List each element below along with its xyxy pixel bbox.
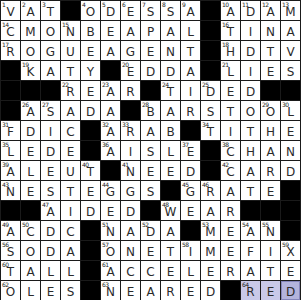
cell-letter: C bbox=[1, 26, 20, 39]
letter-cell-r14c6[interactable]: 61A bbox=[101, 261, 121, 281]
cell-letter: E bbox=[221, 246, 240, 259]
letter-cell-r8c1[interactable]: 35L bbox=[1, 141, 21, 161]
cell-letter: N bbox=[101, 286, 120, 299]
letter-cell-r11c4[interactable]: I bbox=[61, 201, 81, 221]
letter-cell-r10c8[interactable]: S bbox=[141, 181, 161, 201]
cell-letter: E bbox=[181, 206, 200, 219]
letter-cell-r12c13[interactable]: 54A bbox=[241, 221, 261, 241]
letter-cell-r5c11[interactable]: 25D bbox=[201, 81, 221, 101]
letter-cell-r1c5[interactable]: 4O bbox=[81, 1, 101, 21]
letter-cell-r13c13[interactable]: F bbox=[241, 241, 261, 261]
letter-cell-r9c2[interactable]: L bbox=[21, 161, 41, 181]
cell-letter: V bbox=[281, 46, 300, 59]
letter-cell-r7c12[interactable]: I bbox=[221, 121, 241, 141]
cell-letter: T bbox=[201, 126, 220, 139]
letter-cell-r10c4[interactable]: T bbox=[61, 181, 81, 201]
letter-cell-r13c12[interactable]: E bbox=[221, 241, 241, 261]
letter-cell-r4c13[interactable]: I bbox=[241, 61, 261, 81]
cell-letter: T bbox=[261, 266, 280, 279]
letter-cell-r2c4[interactable]: 15N bbox=[61, 21, 81, 41]
cell-letter: E bbox=[141, 246, 160, 259]
letter-cell-r2c3[interactable]: O bbox=[41, 21, 61, 41]
letter-cell-r2c7[interactable]: A bbox=[121, 21, 141, 41]
cell-letter: U bbox=[61, 46, 80, 59]
letter-cell-r8c13[interactable]: H bbox=[241, 141, 261, 161]
cell-letter: I bbox=[181, 246, 200, 259]
letter-cell-r5c10[interactable]: I bbox=[181, 81, 201, 101]
block-cell-r12c10 bbox=[181, 221, 201, 241]
letter-cell-r5c5[interactable]: E bbox=[81, 81, 101, 101]
letter-cell-r1c9[interactable]: 8S bbox=[161, 1, 181, 21]
letter-cell-r7c8[interactable]: A bbox=[141, 121, 161, 141]
letter-cell-r3c12[interactable]: 18H bbox=[221, 41, 241, 61]
letter-cell-r6c12[interactable]: T bbox=[221, 101, 241, 121]
letter-cell-r4c2[interactable]: 19K bbox=[21, 61, 41, 81]
cell-letter: E bbox=[101, 26, 120, 39]
letter-cell-r12c3[interactable]: D bbox=[41, 221, 61, 241]
letter-cell-r7c11[interactable]: 34T bbox=[201, 121, 221, 141]
cell-letter: R bbox=[181, 106, 200, 119]
letter-cell-r1c3[interactable]: 3T bbox=[41, 1, 61, 21]
cell-letter: B bbox=[141, 106, 160, 119]
letter-cell-r13c6[interactable]: 57O bbox=[101, 241, 121, 261]
block-cell-r10c15 bbox=[281, 181, 301, 201]
cell-letter: E bbox=[181, 146, 200, 159]
letter-cell-r9c3[interactable]: E bbox=[41, 161, 61, 181]
letter-cell-r12c6[interactable]: 51N bbox=[101, 221, 121, 241]
letter-cell-r10c11[interactable]: 46R bbox=[201, 181, 221, 201]
letter-cell-r2c8[interactable]: P bbox=[141, 21, 161, 41]
letter-cell-r7c1[interactable]: 31F bbox=[1, 121, 21, 141]
letter-cell-r3c3[interactable]: G bbox=[41, 41, 61, 61]
letter-cell-r1c6[interactable]: 5D bbox=[101, 1, 121, 21]
cell-letter: T bbox=[181, 46, 200, 59]
letter-cell-r12c9[interactable]: A bbox=[161, 221, 181, 241]
letter-cell-r1c15[interactable]: 13M bbox=[281, 1, 301, 21]
letter-cell-r7c13[interactable]: T bbox=[241, 121, 261, 141]
letter-cell-r9c12[interactable]: 42C bbox=[221, 161, 241, 181]
cell-letter: S bbox=[141, 6, 160, 19]
cell-letter: A bbox=[201, 206, 220, 219]
cell-letter: H bbox=[241, 146, 260, 159]
block-cell-r11c2 bbox=[21, 201, 41, 221]
cell-letter: A bbox=[181, 6, 200, 19]
cell-letter: L bbox=[41, 266, 60, 279]
letter-cell-r3c5[interactable]: E bbox=[81, 41, 101, 61]
letter-cell-r12c14[interactable]: 55N bbox=[261, 221, 281, 241]
letter-cell-r8c3[interactable]: D bbox=[41, 141, 61, 161]
letter-cell-r9c10[interactable]: D bbox=[181, 161, 201, 181]
letter-cell-r14c1[interactable]: 60T bbox=[1, 261, 21, 281]
letter-cell-r1c12[interactable]: 10A bbox=[221, 1, 241, 21]
letter-cell-r9c14[interactable]: R bbox=[261, 161, 281, 181]
letter-cell-r14c9[interactable]: E bbox=[161, 261, 181, 281]
letter-cell-r3c7[interactable]: G bbox=[121, 41, 141, 61]
cell-letter: A bbox=[101, 46, 120, 59]
letter-cell-r11c11[interactable]: A bbox=[201, 201, 221, 221]
letter-cell-r3c2[interactable]: O bbox=[21, 41, 41, 61]
letter-cell-r2c10[interactable]: L bbox=[181, 21, 201, 41]
cell-letter: I bbox=[241, 66, 260, 79]
cell-letter: T bbox=[221, 106, 240, 119]
letter-cell-r2c6[interactable]: E bbox=[101, 21, 121, 41]
letter-cell-r10c6[interactable]: 44G bbox=[101, 181, 121, 201]
cell-letter: E bbox=[161, 266, 180, 279]
cell-letter: A bbox=[241, 226, 260, 239]
cell-letter: D bbox=[241, 86, 260, 99]
block-cell-r5c3 bbox=[41, 81, 61, 101]
block-cell-r5c8 bbox=[141, 81, 161, 101]
letter-cell-r4c5[interactable]: Y bbox=[81, 61, 101, 81]
cell-letter: G bbox=[121, 186, 140, 199]
cell-letter: F bbox=[241, 246, 260, 259]
letter-cell-r7c2[interactable]: D bbox=[21, 121, 41, 141]
letter-cell-r14c8[interactable]: C bbox=[141, 261, 161, 281]
letter-cell-r2c13[interactable]: I bbox=[241, 21, 261, 41]
letter-cell-r2c12[interactable]: 16T bbox=[221, 21, 241, 41]
cell-letter: L bbox=[181, 26, 200, 39]
cell-letter: E bbox=[261, 186, 280, 199]
letter-cell-r15c4[interactable]: S bbox=[61, 281, 81, 300]
cell-letter: O bbox=[1, 286, 20, 299]
letter-cell-r14c4[interactable]: L bbox=[61, 261, 81, 281]
letter-cell-r10c14[interactable]: E bbox=[261, 181, 281, 201]
letter-cell-r11c12[interactable]: R bbox=[221, 201, 241, 221]
cell-letter: E bbox=[221, 226, 240, 239]
letter-cell-r15c1[interactable]: 62O bbox=[1, 281, 21, 300]
cell-letter: T bbox=[1, 266, 20, 279]
letter-cell-r8c7[interactable]: I bbox=[121, 141, 141, 161]
letter-cell-r12c12[interactable]: E bbox=[221, 221, 241, 241]
cell-letter: L bbox=[21, 166, 40, 179]
letter-cell-r3c1[interactable]: 17R bbox=[1, 41, 21, 61]
cell-letter: A bbox=[41, 66, 60, 79]
cell-letter: M bbox=[201, 226, 220, 239]
cell-letter: D bbox=[41, 226, 60, 239]
letter-cell-r9c5[interactable]: 40T bbox=[81, 161, 101, 181]
letter-cell-r13c9[interactable]: T bbox=[161, 241, 181, 261]
cell-letter: T bbox=[241, 186, 260, 199]
letter-cell-r1c2[interactable]: 2A bbox=[21, 1, 41, 21]
cell-letter: D bbox=[41, 246, 60, 259]
letter-cell-r10c3[interactable]: S bbox=[41, 181, 61, 201]
letter-cell-r11c6[interactable]: E bbox=[101, 201, 121, 221]
cell-letter: I bbox=[261, 246, 280, 259]
letter-cell-r10c10[interactable]: 45G bbox=[181, 181, 201, 201]
letter-cell-r4c4[interactable]: T bbox=[61, 61, 81, 81]
letter-cell-r15c6[interactable]: 63N bbox=[101, 281, 121, 300]
letter-cell-r3c10[interactable]: T bbox=[181, 41, 201, 61]
cell-letter: E bbox=[181, 286, 200, 299]
cell-letter: D bbox=[81, 106, 100, 119]
cell-letter: I bbox=[221, 126, 240, 139]
letter-cell-r6c13[interactable]: O bbox=[241, 101, 261, 121]
letter-cell-r4c3[interactable]: A bbox=[41, 61, 61, 81]
cell-letter: D bbox=[41, 146, 60, 159]
block-cell-r12c15 bbox=[281, 221, 301, 241]
letter-cell-r3c13[interactable]: D bbox=[241, 41, 261, 61]
letter-cell-r8c6[interactable]: 36A bbox=[101, 141, 121, 161]
cell-letter: E bbox=[141, 166, 160, 179]
letter-cell-r13c10[interactable]: 58I bbox=[181, 241, 201, 261]
letter-cell-r2c1[interactable]: 14C bbox=[1, 21, 21, 41]
letter-cell-r13c15[interactable]: 59X bbox=[281, 241, 301, 261]
block-cell-r8c11 bbox=[201, 141, 221, 161]
letter-cell-r13c7[interactable]: N bbox=[121, 241, 141, 261]
cell-letter: E bbox=[121, 6, 140, 19]
letter-cell-r2c5[interactable]: B bbox=[81, 21, 101, 41]
cell-letter: G bbox=[181, 186, 200, 199]
block-cell-r5c15 bbox=[281, 81, 301, 101]
letter-cell-r9c13[interactable]: A bbox=[241, 161, 261, 181]
letter-cell-r1c1[interactable]: 1V bbox=[1, 1, 21, 21]
cell-letter: G bbox=[121, 46, 140, 59]
letter-cell-r2c2[interactable]: M bbox=[21, 21, 41, 41]
letter-cell-r3c14[interactable]: T bbox=[261, 41, 281, 61]
letter-cell-r8c9[interactable]: L bbox=[161, 141, 181, 161]
letter-cell-r14c12[interactable]: R bbox=[221, 261, 241, 281]
letter-cell-r9c15[interactable]: D bbox=[281, 161, 301, 181]
cell-letter: A bbox=[61, 246, 80, 259]
letter-cell-r6c4[interactable]: A bbox=[61, 101, 81, 121]
letter-cell-r15c13[interactable]: 64R bbox=[241, 281, 261, 300]
letter-cell-r10c12[interactable]: A bbox=[221, 181, 241, 201]
cell-letter: A bbox=[21, 106, 40, 119]
letter-cell-r8c8[interactable]: S bbox=[141, 141, 161, 161]
cell-letter: D bbox=[201, 86, 220, 99]
letter-cell-r6c11[interactable]: S bbox=[201, 101, 221, 121]
block-cell-r1c4 bbox=[61, 1, 81, 21]
cell-letter: E bbox=[21, 186, 40, 199]
letter-cell-r1c14[interactable]: 12A bbox=[261, 1, 281, 21]
block-cell-r11c1 bbox=[1, 201, 21, 221]
letter-cell-r5c9[interactable]: 24T bbox=[161, 81, 181, 101]
letter-cell-r15c10[interactable]: E bbox=[181, 281, 201, 300]
letter-cell-r8c10[interactable]: 37E bbox=[181, 141, 201, 161]
letter-cell-r1c10[interactable]: 9A bbox=[181, 1, 201, 21]
letter-cell-r6c5[interactable]: D bbox=[81, 101, 101, 121]
cell-letter: A bbox=[101, 86, 120, 99]
letter-cell-r11c10[interactable]: E bbox=[181, 201, 201, 221]
letter-cell-r5c12[interactable]: E bbox=[221, 81, 241, 101]
letter-cell-r9c4[interactable]: U bbox=[61, 161, 81, 181]
letter-cell-r10c7[interactable]: G bbox=[121, 181, 141, 201]
cell-letter: A bbox=[221, 186, 240, 199]
letter-cell-r2c9[interactable]: A bbox=[161, 21, 181, 41]
letter-cell-r12c4[interactable]: C bbox=[61, 221, 81, 241]
letter-cell-r7c7[interactable]: 33R bbox=[121, 121, 141, 141]
letter-cell-r12c8[interactable]: 52D bbox=[141, 221, 161, 241]
letter-cell-r7c9[interactable]: B bbox=[161, 121, 181, 141]
letter-cell-r15c8[interactable]: A bbox=[141, 281, 161, 300]
letter-cell-r4c14[interactable]: E bbox=[261, 61, 281, 81]
letter-cell-r10c2[interactable]: E bbox=[21, 181, 41, 201]
cell-letter: A bbox=[101, 106, 120, 119]
letter-cell-r15c2[interactable]: L bbox=[21, 281, 41, 300]
cell-letter: A bbox=[1, 226, 20, 239]
letter-cell-r8c2[interactable]: E bbox=[21, 141, 41, 161]
cell-letter: N bbox=[161, 46, 180, 59]
letter-cell-r13c3[interactable]: D bbox=[41, 241, 61, 261]
cell-letter: A bbox=[161, 106, 180, 119]
letter-cell-r1c13[interactable]: 11D bbox=[241, 1, 261, 21]
cell-letter: C bbox=[61, 226, 80, 239]
cell-letter: S bbox=[281, 66, 300, 79]
letter-cell-r4c7[interactable]: 20E bbox=[121, 61, 141, 81]
block-cell-r4c11 bbox=[201, 61, 221, 81]
letter-cell-r6c9[interactable]: A bbox=[161, 101, 181, 121]
block-cell-r2c11 bbox=[201, 21, 221, 41]
letter-cell-r11c7[interactable]: D bbox=[121, 201, 141, 221]
cell-letter: L bbox=[181, 266, 200, 279]
letter-cell-r14c7[interactable]: C bbox=[121, 261, 141, 281]
letter-cell-r3c4[interactable]: U bbox=[61, 41, 81, 61]
cell-letter: B bbox=[81, 26, 100, 39]
letter-cell-r9c9[interactable]: E bbox=[161, 161, 181, 181]
cell-letter: C bbox=[221, 166, 240, 179]
letter-cell-r15c7[interactable]: E bbox=[121, 281, 141, 300]
letter-cell-r9c8[interactable]: E bbox=[141, 161, 161, 181]
letter-cell-r3c15[interactable]: V bbox=[281, 41, 301, 61]
letter-cell-r14c10[interactable]: L bbox=[181, 261, 201, 281]
letter-cell-r5c13[interactable]: D bbox=[241, 81, 261, 101]
letter-cell-r7c3[interactable]: I bbox=[41, 121, 61, 141]
crossword-puzzle: 1V2A3T4O5D6E7S8S9A10A11D12A13M14CMO15NBE… bbox=[0, 0, 302, 300]
cell-letter: E bbox=[81, 86, 100, 99]
cell-letter: O bbox=[101, 246, 120, 259]
letter-cell-r8c14[interactable]: A bbox=[261, 141, 281, 161]
letter-cell-r9c7[interactable]: 41N bbox=[121, 161, 141, 181]
letter-cell-r10c13[interactable]: T bbox=[241, 181, 261, 201]
block-cell-r12c5 bbox=[81, 221, 101, 241]
letter-cell-r14c15[interactable]: E bbox=[281, 261, 301, 281]
letter-cell-r13c4[interactable]: A bbox=[61, 241, 81, 261]
letter-cell-r13c2[interactable]: O bbox=[21, 241, 41, 261]
cell-letter: D bbox=[21, 126, 40, 139]
cell-letter: A bbox=[61, 106, 80, 119]
cell-letter: E bbox=[221, 86, 240, 99]
letter-cell-r7c4[interactable]: C bbox=[61, 121, 81, 141]
letter-cell-r15c14[interactable]: E bbox=[261, 281, 281, 300]
cell-letter: E bbox=[61, 146, 80, 159]
cell-letter: O bbox=[81, 6, 100, 19]
letter-cell-r4c9[interactable]: D bbox=[161, 61, 181, 81]
letter-cell-r8c15[interactable]: N bbox=[281, 141, 301, 161]
letter-cell-r13c14[interactable]: I bbox=[261, 241, 281, 261]
letter-cell-r2c14[interactable]: N bbox=[261, 21, 281, 41]
letter-cell-r11c9[interactable]: 48W bbox=[161, 201, 181, 221]
cell-letter: T bbox=[221, 26, 240, 39]
letter-cell-r3c6[interactable]: A bbox=[101, 41, 121, 61]
letter-cell-r15c9[interactable]: R bbox=[161, 281, 181, 300]
cell-letter: N bbox=[261, 26, 280, 39]
letter-cell-r7c14[interactable]: H bbox=[261, 121, 281, 141]
letter-cell-r12c7[interactable]: A bbox=[121, 221, 141, 241]
cell-letter: B bbox=[161, 126, 180, 139]
cell-letter: R bbox=[261, 166, 280, 179]
cell-letter: L bbox=[161, 146, 180, 159]
letter-cell-r4c12[interactable]: 21L bbox=[221, 61, 241, 81]
cell-letter: A bbox=[181, 66, 200, 79]
letter-cell-r14c14[interactable]: T bbox=[261, 261, 281, 281]
letter-cell-r5c4[interactable]: 22R bbox=[61, 81, 81, 101]
cell-letter: E bbox=[81, 186, 100, 199]
cell-letter: L bbox=[61, 266, 80, 279]
letter-cell-r6c8[interactable]: 28B bbox=[141, 101, 161, 121]
letter-cell-r1c7[interactable]: 6E bbox=[121, 1, 141, 21]
letter-cell-r14c2[interactable]: A bbox=[21, 261, 41, 281]
cell-letter: F bbox=[1, 126, 20, 139]
letter-cell-r12c1[interactable]: 49A bbox=[1, 221, 21, 241]
letter-cell-r6c15[interactable]: 30L bbox=[281, 101, 301, 121]
letter-cell-r4c10[interactable]: A bbox=[181, 61, 201, 81]
block-cell-r1c11 bbox=[201, 1, 221, 21]
cell-letter: L bbox=[281, 106, 300, 119]
letter-cell-r13c8[interactable]: E bbox=[141, 241, 161, 261]
letter-cell-r4c8[interactable]: D bbox=[141, 61, 161, 81]
letter-cell-r5c7[interactable]: R bbox=[121, 81, 141, 101]
letter-cell-r14c13[interactable]: A bbox=[241, 261, 261, 281]
letter-cell-r8c4[interactable]: E bbox=[61, 141, 81, 161]
letter-cell-r6c3[interactable]: 27S bbox=[41, 101, 61, 121]
letter-cell-r10c1[interactable]: 43N bbox=[1, 181, 21, 201]
letter-cell-r11c5[interactable]: D bbox=[81, 201, 101, 221]
letter-cell-r12c11[interactable]: 53M bbox=[201, 221, 221, 241]
cell-letter: D bbox=[141, 66, 160, 79]
letter-cell-r9c1[interactable]: 39A bbox=[1, 161, 21, 181]
letter-cell-r15c3[interactable]: E bbox=[41, 281, 61, 300]
letter-cell-r7c6[interactable]: 32A bbox=[101, 121, 121, 141]
letter-cell-r10c5[interactable]: E bbox=[81, 181, 101, 201]
cell-letter: S bbox=[1, 246, 20, 259]
cell-letter: E bbox=[261, 286, 280, 299]
letter-cell-r11c3[interactable]: 47A bbox=[41, 201, 61, 221]
block-cell-r3c11 bbox=[201, 41, 221, 61]
cell-letter: C bbox=[141, 266, 160, 279]
letter-cell-r15c11[interactable]: D bbox=[201, 281, 221, 300]
letter-cell-r13c11[interactable]: M bbox=[201, 241, 221, 261]
letter-cell-r8c12[interactable]: 38C bbox=[221, 141, 241, 161]
letter-cell-r2c15[interactable]: A bbox=[281, 21, 301, 41]
cell-letter: L bbox=[21, 286, 40, 299]
letter-cell-r15c15[interactable]: D bbox=[281, 281, 301, 300]
block-cell-r11c14 bbox=[261, 201, 281, 221]
letter-cell-r5c6[interactable]: 23A bbox=[101, 81, 121, 101]
letter-cell-r3c9[interactable]: N bbox=[161, 41, 181, 61]
cell-letter: A bbox=[221, 6, 240, 19]
letter-cell-r7c15[interactable]: E bbox=[281, 121, 301, 141]
cell-letter: D bbox=[281, 286, 300, 299]
letter-cell-r6c2[interactable]: 26A bbox=[21, 101, 41, 121]
letter-cell-r13c1[interactable]: 56S bbox=[1, 241, 21, 261]
letter-cell-r6c6[interactable]: A bbox=[101, 101, 121, 121]
cell-letter: R bbox=[61, 86, 80, 99]
block-cell-r15c12 bbox=[221, 281, 241, 300]
cell-letter: T bbox=[161, 86, 180, 99]
letter-cell-r6c10[interactable]: R bbox=[181, 101, 201, 121]
letter-cell-r12c2[interactable]: 50C bbox=[21, 221, 41, 241]
cell-letter: E bbox=[21, 146, 40, 159]
letter-cell-r14c3[interactable]: L bbox=[41, 261, 61, 281]
letter-cell-r6c14[interactable]: 29O bbox=[261, 101, 281, 121]
letter-cell-r14c11[interactable]: E bbox=[201, 261, 221, 281]
cell-letter: D bbox=[281, 166, 300, 179]
letter-cell-r3c8[interactable]: E bbox=[141, 41, 161, 61]
letter-cell-r4c15[interactable]: S bbox=[281, 61, 301, 81]
cell-letter: O bbox=[21, 46, 40, 59]
letter-cell-r1c8[interactable]: 7S bbox=[141, 1, 161, 21]
cell-letter: E bbox=[121, 66, 140, 79]
